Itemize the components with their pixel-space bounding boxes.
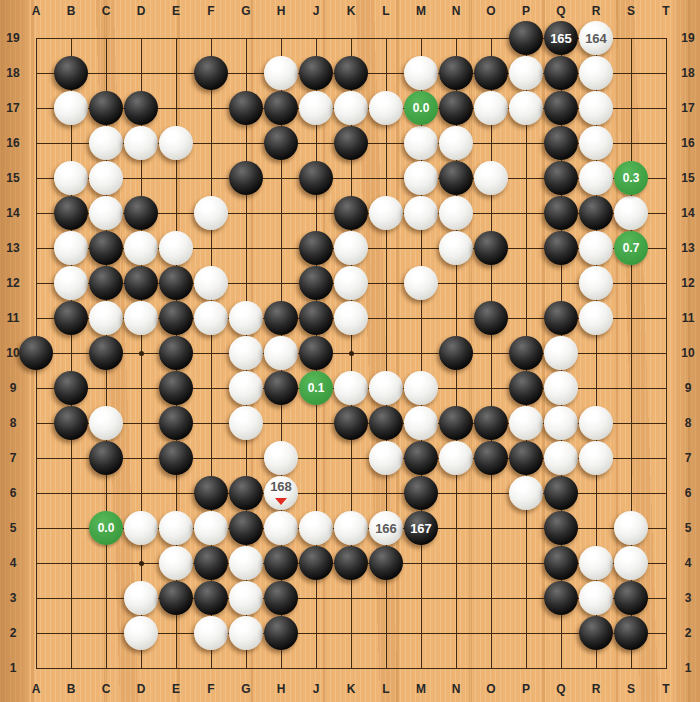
stone-O7: [474, 441, 508, 475]
stone-F6: [194, 476, 228, 510]
stone-K5: [334, 511, 368, 545]
coord-label-row: 5: [10, 521, 17, 535]
stone-J15: [299, 161, 333, 195]
stone-M12: [404, 266, 438, 300]
stone-F2: [194, 616, 228, 650]
stone-N10: [439, 336, 473, 370]
stone-L8: [369, 406, 403, 440]
analysis-hint-J9[interactable]: 0.1: [299, 371, 333, 405]
grid-line-horizontal: [36, 668, 667, 669]
stone-F12: [194, 266, 228, 300]
coord-label-column: D: [137, 4, 146, 18]
coord-label-column: B: [67, 682, 76, 696]
coord-label-row: 19: [681, 31, 694, 45]
stone-K18: [334, 56, 368, 90]
stone-J12: [299, 266, 333, 300]
coord-label-row: 19: [6, 31, 19, 45]
stone-P8: [509, 406, 543, 440]
hint-value-label: 0.0: [404, 101, 438, 115]
coord-label-column: O: [486, 4, 495, 18]
stone-J4: [299, 546, 333, 580]
coord-label-row: 11: [682, 311, 695, 325]
stone-F14: [194, 196, 228, 230]
stone-G17: [229, 91, 263, 125]
coord-label-row: 16: [6, 136, 19, 150]
stone-R4: [579, 546, 613, 580]
star-point: [139, 561, 144, 566]
stone-B11: [54, 301, 88, 335]
analysis-hint-S15[interactable]: 0.3: [614, 161, 648, 195]
coord-label-column: P: [522, 682, 530, 696]
stone-C8: [89, 406, 123, 440]
stone-M14: [404, 196, 438, 230]
coord-label-column: G: [241, 4, 250, 18]
stone-E9: [159, 371, 193, 405]
stone-D5: [124, 511, 158, 545]
stone-K4: [334, 546, 368, 580]
stone-O17: [474, 91, 508, 125]
stone-H4: [264, 546, 298, 580]
stone-G6: [229, 476, 263, 510]
stone-C10: [89, 336, 123, 370]
stone-Q11: [544, 301, 578, 335]
stone-D12: [124, 266, 158, 300]
hint-value-label: 0.0: [89, 521, 123, 535]
coord-label-column: R: [592, 4, 601, 18]
stone-B9: [54, 371, 88, 405]
stone-K16: [334, 126, 368, 160]
coord-label-row: 7: [685, 451, 692, 465]
stone-L14: [369, 196, 403, 230]
coord-label-column: K: [347, 682, 356, 696]
stone-L9: [369, 371, 403, 405]
stone-H5: [264, 511, 298, 545]
coord-label-column: O: [486, 682, 495, 696]
coord-label-row: 13: [681, 241, 694, 255]
stone-K13: [334, 231, 368, 265]
coord-label-row: 9: [10, 381, 17, 395]
stone-K12: [334, 266, 368, 300]
stone-B13: [54, 231, 88, 265]
coord-label-row: 3: [10, 591, 17, 605]
stone-H3: [264, 581, 298, 615]
stone-B8: [54, 406, 88, 440]
stone-L5: 166: [369, 511, 403, 545]
stone-C13: [89, 231, 123, 265]
stone-R14: [579, 196, 613, 230]
grid-line-vertical: [666, 38, 667, 669]
analysis-hint-M17[interactable]: 0.0: [404, 91, 438, 125]
stone-O13: [474, 231, 508, 265]
stone-R13: [579, 231, 613, 265]
stone-S14: [614, 196, 648, 230]
stone-O11: [474, 301, 508, 335]
coord-label-row: 12: [6, 276, 19, 290]
stone-N8: [439, 406, 473, 440]
stone-R2: [579, 616, 613, 650]
analysis-hint-C5[interactable]: 0.0: [89, 511, 123, 545]
stone-R11: [579, 301, 613, 335]
coord-label-row: 15: [681, 171, 694, 185]
stone-N13: [439, 231, 473, 265]
last-move-marker-icon: [275, 498, 287, 505]
coord-label-row: 9: [685, 381, 692, 395]
coord-label-column: Q: [556, 4, 565, 18]
stone-N7: [439, 441, 473, 475]
move-number-label: 168: [264, 480, 298, 493]
stone-G4: [229, 546, 263, 580]
hint-value-label: 0.7: [614, 241, 648, 255]
stone-L7: [369, 441, 403, 475]
coord-label-column: H: [277, 4, 286, 18]
stone-S5: [614, 511, 648, 545]
coord-label-row: 10: [681, 346, 694, 360]
coord-label-column: E: [172, 4, 180, 18]
stone-E16: [159, 126, 193, 160]
stone-F5: [194, 511, 228, 545]
stone-D13: [124, 231, 158, 265]
stone-E7: [159, 441, 193, 475]
stone-C11: [89, 301, 123, 335]
coord-label-column: Q: [556, 682, 565, 696]
coord-label-row: 12: [681, 276, 694, 290]
stone-Q8: [544, 406, 578, 440]
coord-label-row: 5: [685, 521, 692, 535]
stone-R3: [579, 581, 613, 615]
stone-O18: [474, 56, 508, 90]
stone-R15: [579, 161, 613, 195]
coord-label-column: H: [277, 682, 286, 696]
stone-M7: [404, 441, 438, 475]
stone-B18: [54, 56, 88, 90]
coord-label-column: B: [67, 4, 76, 18]
coord-label-row: 8: [685, 416, 692, 430]
stone-G3: [229, 581, 263, 615]
stone-L17: [369, 91, 403, 125]
stone-G8: [229, 406, 263, 440]
coord-label-column: J: [313, 4, 320, 18]
stone-Q14: [544, 196, 578, 230]
coord-label-row: 6: [10, 486, 17, 500]
stone-C16: [89, 126, 123, 160]
stone-B12: [54, 266, 88, 300]
coord-label-column: D: [137, 682, 146, 696]
stone-N16: [439, 126, 473, 160]
stone-R8: [579, 406, 613, 440]
stone-F18: [194, 56, 228, 90]
coord-label-column: S: [627, 682, 635, 696]
stone-G15: [229, 161, 263, 195]
coord-label-row: 6: [685, 486, 692, 500]
star-point: [139, 351, 144, 356]
stone-F3: [194, 581, 228, 615]
coord-label-column: G: [241, 682, 250, 696]
stone-G2: [229, 616, 263, 650]
stone-H11: [264, 301, 298, 335]
stone-K11: [334, 301, 368, 335]
stone-P6: [509, 476, 543, 510]
stone-K8: [334, 406, 368, 440]
coord-label-column: R: [592, 682, 601, 696]
coord-label-column: C: [102, 682, 111, 696]
stone-Q9: [544, 371, 578, 405]
coord-label-row: 1: [10, 661, 17, 675]
stone-H10: [264, 336, 298, 370]
stone-H2: [264, 616, 298, 650]
stone-D3: [124, 581, 158, 615]
coord-label-row: 7: [10, 451, 17, 465]
stone-H17: [264, 91, 298, 125]
coord-label-row: 15: [6, 171, 19, 185]
stone-M16: [404, 126, 438, 160]
coord-label-column: S: [627, 4, 635, 18]
coord-label-row: 16: [681, 136, 694, 150]
stone-S2: [614, 616, 648, 650]
stone-F4: [194, 546, 228, 580]
stone-M18: [404, 56, 438, 90]
stone-R19: 164: [579, 21, 613, 55]
stone-M8: [404, 406, 438, 440]
stone-M5: 167: [404, 511, 438, 545]
stone-P7: [509, 441, 543, 475]
stone-D17: [124, 91, 158, 125]
coord-label-column: M: [416, 682, 426, 696]
stone-A10: [19, 336, 53, 370]
stone-B14: [54, 196, 88, 230]
stone-J5: [299, 511, 333, 545]
coord-label-column: P: [522, 4, 530, 18]
stone-D16: [124, 126, 158, 160]
stone-Q15: [544, 161, 578, 195]
stone-L4: [369, 546, 403, 580]
coord-label-row: 18: [6, 66, 19, 80]
stone-E10: [159, 336, 193, 370]
coord-label-column: A: [32, 4, 41, 18]
stone-M9: [404, 371, 438, 405]
coord-label-row: 13: [6, 241, 19, 255]
coord-label-row: 3: [685, 591, 692, 605]
coord-label-column: M: [416, 4, 426, 18]
stone-O15: [474, 161, 508, 195]
stone-Q7: [544, 441, 578, 475]
coord-label-column: F: [207, 4, 214, 18]
hint-value-label: 0.1: [299, 381, 333, 395]
coord-label-column: A: [32, 682, 41, 696]
stone-N18: [439, 56, 473, 90]
stone-C15: [89, 161, 123, 195]
stone-Q18: [544, 56, 578, 90]
stone-P19: [509, 21, 543, 55]
stone-E8: [159, 406, 193, 440]
star-point: [349, 351, 354, 356]
stone-G11: [229, 301, 263, 335]
stone-C17: [89, 91, 123, 125]
stone-C14: [89, 196, 123, 230]
stone-Q19: 165: [544, 21, 578, 55]
coord-label-row: 18: [681, 66, 694, 80]
stone-N17: [439, 91, 473, 125]
stone-E3: [159, 581, 193, 615]
coord-label-row: 8: [10, 416, 17, 430]
coord-label-column: N: [452, 4, 461, 18]
coord-label-column: K: [347, 4, 356, 18]
stone-P10: [509, 336, 543, 370]
stone-O8: [474, 406, 508, 440]
coord-label-column: F: [207, 682, 214, 696]
stone-R17: [579, 91, 613, 125]
stone-H16: [264, 126, 298, 160]
coord-label-row: 4: [685, 556, 692, 570]
stone-H7: [264, 441, 298, 475]
stone-Q3: [544, 581, 578, 615]
coord-label-column: C: [102, 4, 111, 18]
stone-C12: [89, 266, 123, 300]
stone-J13: [299, 231, 333, 265]
stone-R16: [579, 126, 613, 160]
stone-F11: [194, 301, 228, 335]
stone-E12: [159, 266, 193, 300]
coord-label-row: 2: [10, 626, 17, 640]
coord-label-row: 1: [685, 661, 692, 675]
coord-label-column: N: [452, 682, 461, 696]
stone-C7: [89, 441, 123, 475]
stone-B17: [54, 91, 88, 125]
coord-label-row: 2: [685, 626, 692, 640]
stone-P9: [509, 371, 543, 405]
stone-G5: [229, 511, 263, 545]
stone-J11: [299, 301, 333, 335]
stone-H18: [264, 56, 298, 90]
coord-label-column: L: [382, 4, 389, 18]
stone-K17: [334, 91, 368, 125]
stone-Q6: [544, 476, 578, 510]
stone-D14: [124, 196, 158, 230]
coord-label-column: L: [382, 682, 389, 696]
hint-value-label: 0.3: [614, 171, 648, 185]
stone-E5: [159, 511, 193, 545]
stone-R12: [579, 266, 613, 300]
stone-Q16: [544, 126, 578, 160]
stone-M6: [404, 476, 438, 510]
stone-J18: [299, 56, 333, 90]
coord-label-row: 17: [6, 101, 19, 115]
move-number-label: 166: [369, 522, 403, 535]
stone-N15: [439, 161, 473, 195]
stone-Q5: [544, 511, 578, 545]
analysis-hint-S13[interactable]: 0.7: [614, 231, 648, 265]
coord-label-column: T: [662, 4, 669, 18]
stone-R18: [579, 56, 613, 90]
coord-label-column: E: [172, 682, 180, 696]
stone-D2: [124, 616, 158, 650]
stone-H6: 168: [264, 476, 298, 510]
stone-R7: [579, 441, 613, 475]
stone-P17: [509, 91, 543, 125]
stone-J17: [299, 91, 333, 125]
stone-Q17: [544, 91, 578, 125]
stone-B15: [54, 161, 88, 195]
move-number-label: 165: [544, 32, 578, 45]
stone-N14: [439, 196, 473, 230]
coord-label-row: 14: [6, 206, 19, 220]
coord-label-row: 14: [681, 206, 694, 220]
stone-Q13: [544, 231, 578, 265]
stone-E4: [159, 546, 193, 580]
stone-P18: [509, 56, 543, 90]
move-number-label: 167: [404, 522, 438, 535]
stone-E11: [159, 301, 193, 335]
coord-label-row: 17: [681, 101, 694, 115]
coord-label-row: 11: [7, 311, 20, 325]
coord-label-column: T: [662, 682, 669, 696]
stone-H9: [264, 371, 298, 405]
stone-Q10: [544, 336, 578, 370]
move-number-label: 164: [579, 32, 613, 45]
stone-K14: [334, 196, 368, 230]
stone-Q4: [544, 546, 578, 580]
go-board[interactable]: AABBCCDDEEFFGGHHJJKKLLMMNNOOPPQQRRSSTT19…: [0, 0, 700, 702]
stone-M15: [404, 161, 438, 195]
stone-G10: [229, 336, 263, 370]
coord-label-row: 10: [6, 346, 19, 360]
stone-S3: [614, 581, 648, 615]
stone-S4: [614, 546, 648, 580]
stone-E13: [159, 231, 193, 265]
stone-G9: [229, 371, 263, 405]
grid-line-vertical: [491, 38, 492, 669]
stone-K9: [334, 371, 368, 405]
coord-label-row: 4: [10, 556, 17, 570]
stone-D11: [124, 301, 158, 335]
coord-label-column: J: [313, 682, 320, 696]
stone-J10: [299, 336, 333, 370]
